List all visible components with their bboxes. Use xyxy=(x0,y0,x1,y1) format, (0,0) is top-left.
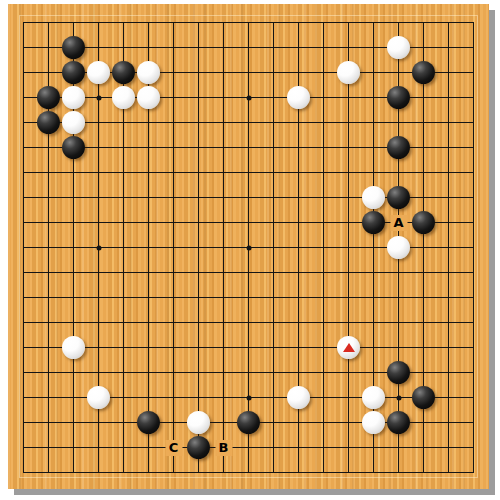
intersection-K16[interactable] xyxy=(236,85,261,110)
intersection-E7[interactable] xyxy=(111,310,136,335)
intersection-T4[interactable] xyxy=(461,385,486,410)
intersection-T19[interactable] xyxy=(461,10,486,35)
intersection-H14[interactable] xyxy=(186,135,211,160)
intersection-Q13[interactable] xyxy=(386,160,411,185)
intersection-T18[interactable] xyxy=(461,35,486,60)
intersection-T2[interactable] xyxy=(461,435,486,460)
intersection-M5[interactable] xyxy=(286,360,311,385)
intersection-O5[interactable] xyxy=(336,360,361,385)
intersection-M11[interactable] xyxy=(286,210,311,235)
intersection-O11[interactable] xyxy=(336,210,361,235)
intersection-P15[interactable] xyxy=(361,110,386,135)
intersection-H10[interactable] xyxy=(186,235,211,260)
intersection-L18[interactable] xyxy=(261,35,286,60)
intersection-Q6[interactable] xyxy=(386,335,411,360)
intersection-G12[interactable] xyxy=(161,185,186,210)
intersection-M2[interactable] xyxy=(286,435,311,460)
intersection-D7[interactable] xyxy=(86,310,111,335)
intersection-H7[interactable] xyxy=(186,310,211,335)
intersection-J18[interactable] xyxy=(211,35,236,60)
intersection-A17[interactable] xyxy=(11,60,36,85)
intersection-C17[interactable] xyxy=(61,60,86,85)
intersection-P2[interactable] xyxy=(361,435,386,460)
intersection-B5[interactable] xyxy=(36,360,61,385)
intersection-L9[interactable] xyxy=(261,260,286,285)
intersection-D8[interactable] xyxy=(86,285,111,310)
intersection-N2[interactable] xyxy=(311,435,336,460)
intersection-Q11[interactable]: A xyxy=(386,210,411,235)
intersection-M10[interactable] xyxy=(286,235,311,260)
intersection-O6[interactable] xyxy=(336,335,361,360)
intersection-G16[interactable] xyxy=(161,85,186,110)
intersection-M4[interactable] xyxy=(286,385,311,410)
intersection-M16[interactable] xyxy=(286,85,311,110)
intersection-P6[interactable] xyxy=(361,335,386,360)
intersection-S9[interactable] xyxy=(436,260,461,285)
intersection-E6[interactable] xyxy=(111,335,136,360)
intersection-G1[interactable] xyxy=(161,460,186,485)
intersection-E18[interactable] xyxy=(111,35,136,60)
intersection-A11[interactable] xyxy=(11,210,36,235)
intersection-F13[interactable] xyxy=(136,160,161,185)
intersection-G6[interactable] xyxy=(161,335,186,360)
intersection-O2[interactable] xyxy=(336,435,361,460)
intersection-E14[interactable] xyxy=(111,135,136,160)
intersection-H11[interactable] xyxy=(186,210,211,235)
intersection-H8[interactable] xyxy=(186,285,211,310)
intersection-B14[interactable] xyxy=(36,135,61,160)
intersection-K2[interactable] xyxy=(236,435,261,460)
intersection-K12[interactable] xyxy=(236,185,261,210)
intersection-T12[interactable] xyxy=(461,185,486,210)
intersection-G2[interactable]: C xyxy=(161,435,186,460)
intersection-G8[interactable] xyxy=(161,285,186,310)
intersection-B8[interactable] xyxy=(36,285,61,310)
intersection-N14[interactable] xyxy=(311,135,336,160)
intersection-R16[interactable] xyxy=(411,85,436,110)
intersection-A13[interactable] xyxy=(11,160,36,185)
intersection-E9[interactable] xyxy=(111,260,136,285)
intersection-A6[interactable] xyxy=(11,335,36,360)
intersection-B12[interactable] xyxy=(36,185,61,210)
intersection-Q7[interactable] xyxy=(386,310,411,335)
intersection-S3[interactable] xyxy=(436,410,461,435)
intersection-P8[interactable] xyxy=(361,285,386,310)
intersection-C12[interactable] xyxy=(61,185,86,210)
intersection-F14[interactable] xyxy=(136,135,161,160)
intersection-R3[interactable] xyxy=(411,410,436,435)
intersection-C16[interactable] xyxy=(61,85,86,110)
intersection-H15[interactable] xyxy=(186,110,211,135)
intersection-B17[interactable] xyxy=(36,60,61,85)
intersection-N12[interactable] xyxy=(311,185,336,210)
intersection-F6[interactable] xyxy=(136,335,161,360)
intersection-M17[interactable] xyxy=(286,60,311,85)
intersection-G10[interactable] xyxy=(161,235,186,260)
intersection-H19[interactable] xyxy=(186,10,211,35)
intersection-O9[interactable] xyxy=(336,260,361,285)
intersection-Q10[interactable] xyxy=(386,235,411,260)
intersection-S19[interactable] xyxy=(436,10,461,35)
intersection-N3[interactable] xyxy=(311,410,336,435)
intersection-E4[interactable] xyxy=(111,385,136,410)
intersection-A16[interactable] xyxy=(11,85,36,110)
intersection-J12[interactable] xyxy=(211,185,236,210)
intersection-O1[interactable] xyxy=(336,460,361,485)
intersection-E17[interactable] xyxy=(111,60,136,85)
intersection-K9[interactable] xyxy=(236,260,261,285)
intersection-T3[interactable] xyxy=(461,410,486,435)
intersection-R19[interactable] xyxy=(411,10,436,35)
intersection-R12[interactable] xyxy=(411,185,436,210)
intersection-D13[interactable] xyxy=(86,160,111,185)
intersection-S18[interactable] xyxy=(436,35,461,60)
intersection-K8[interactable] xyxy=(236,285,261,310)
intersection-N9[interactable] xyxy=(311,260,336,285)
intersection-E16[interactable] xyxy=(111,85,136,110)
intersection-O17[interactable] xyxy=(336,60,361,85)
intersection-T5[interactable] xyxy=(461,360,486,385)
intersection-H16[interactable] xyxy=(186,85,211,110)
intersection-Q2[interactable] xyxy=(386,435,411,460)
intersection-Q15[interactable] xyxy=(386,110,411,135)
intersection-A8[interactable] xyxy=(11,285,36,310)
intersection-Q16[interactable] xyxy=(386,85,411,110)
intersection-K15[interactable] xyxy=(236,110,261,135)
intersection-C14[interactable] xyxy=(61,135,86,160)
intersection-C11[interactable] xyxy=(61,210,86,235)
intersection-N19[interactable] xyxy=(311,10,336,35)
intersection-A1[interactable] xyxy=(11,460,36,485)
intersection-P5[interactable] xyxy=(361,360,386,385)
intersection-R2[interactable] xyxy=(411,435,436,460)
intersection-D17[interactable] xyxy=(86,60,111,85)
intersection-A15[interactable] xyxy=(11,110,36,135)
intersection-K3[interactable] xyxy=(236,410,261,435)
intersection-J5[interactable] xyxy=(211,360,236,385)
intersection-D9[interactable] xyxy=(86,260,111,285)
intersection-T13[interactable] xyxy=(461,160,486,185)
intersection-G14[interactable] xyxy=(161,135,186,160)
intersection-Q8[interactable] xyxy=(386,285,411,310)
intersection-R9[interactable] xyxy=(411,260,436,285)
intersection-B7[interactable] xyxy=(36,310,61,335)
intersection-H4[interactable] xyxy=(186,385,211,410)
intersection-L11[interactable] xyxy=(261,210,286,235)
intersection-D15[interactable] xyxy=(86,110,111,135)
intersection-G13[interactable] xyxy=(161,160,186,185)
intersection-J2[interactable]: B xyxy=(211,435,236,460)
intersection-K19[interactable] xyxy=(236,10,261,35)
intersection-F9[interactable] xyxy=(136,260,161,285)
intersection-J1[interactable] xyxy=(211,460,236,485)
intersection-A7[interactable] xyxy=(11,310,36,335)
intersection-L3[interactable] xyxy=(261,410,286,435)
intersection-F5[interactable] xyxy=(136,360,161,385)
intersection-Q12[interactable] xyxy=(386,185,411,210)
intersection-K13[interactable] xyxy=(236,160,261,185)
intersection-S8[interactable] xyxy=(436,285,461,310)
intersection-Q3[interactable] xyxy=(386,410,411,435)
intersection-B1[interactable] xyxy=(36,460,61,485)
intersection-P1[interactable] xyxy=(361,460,386,485)
intersection-B15[interactable] xyxy=(36,110,61,135)
intersection-F7[interactable] xyxy=(136,310,161,335)
intersection-A5[interactable] xyxy=(11,360,36,385)
intersection-R11[interactable] xyxy=(411,210,436,235)
intersection-R4[interactable] xyxy=(411,385,436,410)
intersection-T7[interactable] xyxy=(461,310,486,335)
intersection-K5[interactable] xyxy=(236,360,261,385)
intersection-L7[interactable] xyxy=(261,310,286,335)
intersection-L15[interactable] xyxy=(261,110,286,135)
intersection-O8[interactable] xyxy=(336,285,361,310)
intersection-O14[interactable] xyxy=(336,135,361,160)
intersection-M8[interactable] xyxy=(286,285,311,310)
intersection-N15[interactable] xyxy=(311,110,336,135)
intersection-L12[interactable] xyxy=(261,185,286,210)
intersection-E12[interactable] xyxy=(111,185,136,210)
intersection-B13[interactable] xyxy=(36,160,61,185)
intersection-C9[interactable] xyxy=(61,260,86,285)
intersection-L16[interactable] xyxy=(261,85,286,110)
intersection-E3[interactable] xyxy=(111,410,136,435)
intersection-T1[interactable] xyxy=(461,460,486,485)
intersection-N4[interactable] xyxy=(311,385,336,410)
intersection-R8[interactable] xyxy=(411,285,436,310)
intersection-A18[interactable] xyxy=(11,35,36,60)
intersection-L17[interactable] xyxy=(261,60,286,85)
intersection-C13[interactable] xyxy=(61,160,86,185)
intersection-G3[interactable] xyxy=(161,410,186,435)
intersection-A14[interactable] xyxy=(11,135,36,160)
intersection-E10[interactable] xyxy=(111,235,136,260)
intersection-K4[interactable] xyxy=(236,385,261,410)
intersection-F10[interactable] xyxy=(136,235,161,260)
intersection-O3[interactable] xyxy=(336,410,361,435)
intersection-Q17[interactable] xyxy=(386,60,411,85)
intersection-K7[interactable] xyxy=(236,310,261,335)
intersection-M1[interactable] xyxy=(286,460,311,485)
intersection-D11[interactable] xyxy=(86,210,111,235)
intersection-O15[interactable] xyxy=(336,110,361,135)
intersection-P10[interactable] xyxy=(361,235,386,260)
intersection-L13[interactable] xyxy=(261,160,286,185)
intersection-T17[interactable] xyxy=(461,60,486,85)
intersection-F15[interactable] xyxy=(136,110,161,135)
intersection-R10[interactable] xyxy=(411,235,436,260)
intersection-N13[interactable] xyxy=(311,160,336,185)
intersection-Q18[interactable] xyxy=(386,35,411,60)
intersection-G17[interactable] xyxy=(161,60,186,85)
intersection-D2[interactable] xyxy=(86,435,111,460)
intersection-R13[interactable] xyxy=(411,160,436,185)
intersection-T10[interactable] xyxy=(461,235,486,260)
intersection-T6[interactable] xyxy=(461,335,486,360)
intersection-O7[interactable] xyxy=(336,310,361,335)
intersection-M3[interactable] xyxy=(286,410,311,435)
intersection-P4[interactable] xyxy=(361,385,386,410)
intersection-S14[interactable] xyxy=(436,135,461,160)
intersection-P7[interactable] xyxy=(361,310,386,335)
intersection-B3[interactable] xyxy=(36,410,61,435)
intersection-P12[interactable] xyxy=(361,185,386,210)
intersection-N10[interactable] xyxy=(311,235,336,260)
intersection-P18[interactable] xyxy=(361,35,386,60)
intersection-H1[interactable] xyxy=(186,460,211,485)
intersection-H5[interactable] xyxy=(186,360,211,385)
intersection-K17[interactable] xyxy=(236,60,261,85)
intersection-H12[interactable] xyxy=(186,185,211,210)
intersection-K1[interactable] xyxy=(236,460,261,485)
intersection-O13[interactable] xyxy=(336,160,361,185)
intersection-B18[interactable] xyxy=(36,35,61,60)
intersection-E13[interactable] xyxy=(111,160,136,185)
intersection-D14[interactable] xyxy=(86,135,111,160)
intersection-G7[interactable] xyxy=(161,310,186,335)
intersection-S11[interactable] xyxy=(436,210,461,235)
intersection-F18[interactable] xyxy=(136,35,161,60)
intersection-B2[interactable] xyxy=(36,435,61,460)
intersection-R15[interactable] xyxy=(411,110,436,135)
intersection-B11[interactable] xyxy=(36,210,61,235)
intersection-A9[interactable] xyxy=(11,260,36,285)
intersection-T15[interactable] xyxy=(461,110,486,135)
intersection-D4[interactable] xyxy=(86,385,111,410)
intersection-A19[interactable] xyxy=(11,10,36,35)
intersection-G19[interactable] xyxy=(161,10,186,35)
intersection-C2[interactable] xyxy=(61,435,86,460)
intersection-F2[interactable] xyxy=(136,435,161,460)
intersection-G11[interactable] xyxy=(161,210,186,235)
intersection-P9[interactable] xyxy=(361,260,386,285)
intersection-N6[interactable] xyxy=(311,335,336,360)
intersection-S6[interactable] xyxy=(436,335,461,360)
intersection-F17[interactable] xyxy=(136,60,161,85)
go-board[interactable]: ACB xyxy=(8,4,489,489)
intersection-J14[interactable] xyxy=(211,135,236,160)
intersection-L10[interactable] xyxy=(261,235,286,260)
intersection-S17[interactable] xyxy=(436,60,461,85)
intersection-T8[interactable] xyxy=(461,285,486,310)
intersection-O18[interactable] xyxy=(336,35,361,60)
intersection-Q5[interactable] xyxy=(386,360,411,385)
intersection-T14[interactable] xyxy=(461,135,486,160)
intersection-C3[interactable] xyxy=(61,410,86,435)
intersection-L19[interactable] xyxy=(261,10,286,35)
intersection-O4[interactable] xyxy=(336,385,361,410)
intersection-H6[interactable] xyxy=(186,335,211,360)
intersection-L2[interactable] xyxy=(261,435,286,460)
intersection-J9[interactable] xyxy=(211,260,236,285)
intersection-R6[interactable] xyxy=(411,335,436,360)
intersection-S15[interactable] xyxy=(436,110,461,135)
intersection-H2[interactable] xyxy=(186,435,211,460)
intersection-D16[interactable] xyxy=(86,85,111,110)
intersection-E5[interactable] xyxy=(111,360,136,385)
intersection-C1[interactable] xyxy=(61,460,86,485)
intersection-F8[interactable] xyxy=(136,285,161,310)
intersection-S7[interactable] xyxy=(436,310,461,335)
intersection-C6[interactable] xyxy=(61,335,86,360)
intersection-F3[interactable] xyxy=(136,410,161,435)
intersection-G15[interactable] xyxy=(161,110,186,135)
intersection-J19[interactable] xyxy=(211,10,236,35)
intersection-N5[interactable] xyxy=(311,360,336,385)
intersection-J11[interactable] xyxy=(211,210,236,235)
intersection-Q1[interactable] xyxy=(386,460,411,485)
intersection-L1[interactable] xyxy=(261,460,286,485)
intersection-G4[interactable] xyxy=(161,385,186,410)
intersection-P17[interactable] xyxy=(361,60,386,85)
intersection-O12[interactable] xyxy=(336,185,361,210)
intersection-N7[interactable] xyxy=(311,310,336,335)
intersection-S2[interactable] xyxy=(436,435,461,460)
intersection-H13[interactable] xyxy=(186,160,211,185)
intersection-J8[interactable] xyxy=(211,285,236,310)
intersection-J13[interactable] xyxy=(211,160,236,185)
intersection-F12[interactable] xyxy=(136,185,161,210)
intersection-D3[interactable] xyxy=(86,410,111,435)
intersection-J4[interactable] xyxy=(211,385,236,410)
intersection-D18[interactable] xyxy=(86,35,111,60)
intersection-H3[interactable] xyxy=(186,410,211,435)
intersection-B19[interactable] xyxy=(36,10,61,35)
intersection-S13[interactable] xyxy=(436,160,461,185)
intersection-D19[interactable] xyxy=(86,10,111,35)
intersection-S10[interactable] xyxy=(436,235,461,260)
intersection-E11[interactable] xyxy=(111,210,136,235)
intersection-S1[interactable] xyxy=(436,460,461,485)
intersection-M7[interactable] xyxy=(286,310,311,335)
intersection-L4[interactable] xyxy=(261,385,286,410)
intersection-H18[interactable] xyxy=(186,35,211,60)
intersection-A4[interactable] xyxy=(11,385,36,410)
intersection-G18[interactable] xyxy=(161,35,186,60)
intersection-K18[interactable] xyxy=(236,35,261,60)
intersection-A12[interactable] xyxy=(11,185,36,210)
intersection-D10[interactable] xyxy=(86,235,111,260)
intersection-R7[interactable] xyxy=(411,310,436,335)
intersection-E19[interactable] xyxy=(111,10,136,35)
intersection-M19[interactable] xyxy=(286,10,311,35)
intersection-N8[interactable] xyxy=(311,285,336,310)
intersection-O10[interactable] xyxy=(336,235,361,260)
intersection-N16[interactable] xyxy=(311,85,336,110)
intersection-F16[interactable] xyxy=(136,85,161,110)
intersection-C7[interactable] xyxy=(61,310,86,335)
intersection-C8[interactable] xyxy=(61,285,86,310)
intersection-E15[interactable] xyxy=(111,110,136,135)
intersection-J6[interactable] xyxy=(211,335,236,360)
intersection-N11[interactable] xyxy=(311,210,336,235)
intersection-C18[interactable] xyxy=(61,35,86,60)
intersection-T11[interactable] xyxy=(461,210,486,235)
intersection-Q9[interactable] xyxy=(386,260,411,285)
intersection-J16[interactable] xyxy=(211,85,236,110)
intersection-E2[interactable] xyxy=(111,435,136,460)
intersection-L8[interactable] xyxy=(261,285,286,310)
intersection-K10[interactable] xyxy=(236,235,261,260)
intersection-N18[interactable] xyxy=(311,35,336,60)
intersection-F11[interactable] xyxy=(136,210,161,235)
intersection-N17[interactable] xyxy=(311,60,336,85)
intersection-B9[interactable] xyxy=(36,260,61,285)
intersection-S5[interactable] xyxy=(436,360,461,385)
intersection-C19[interactable] xyxy=(61,10,86,35)
intersection-T16[interactable] xyxy=(461,85,486,110)
intersection-C15[interactable] xyxy=(61,110,86,135)
